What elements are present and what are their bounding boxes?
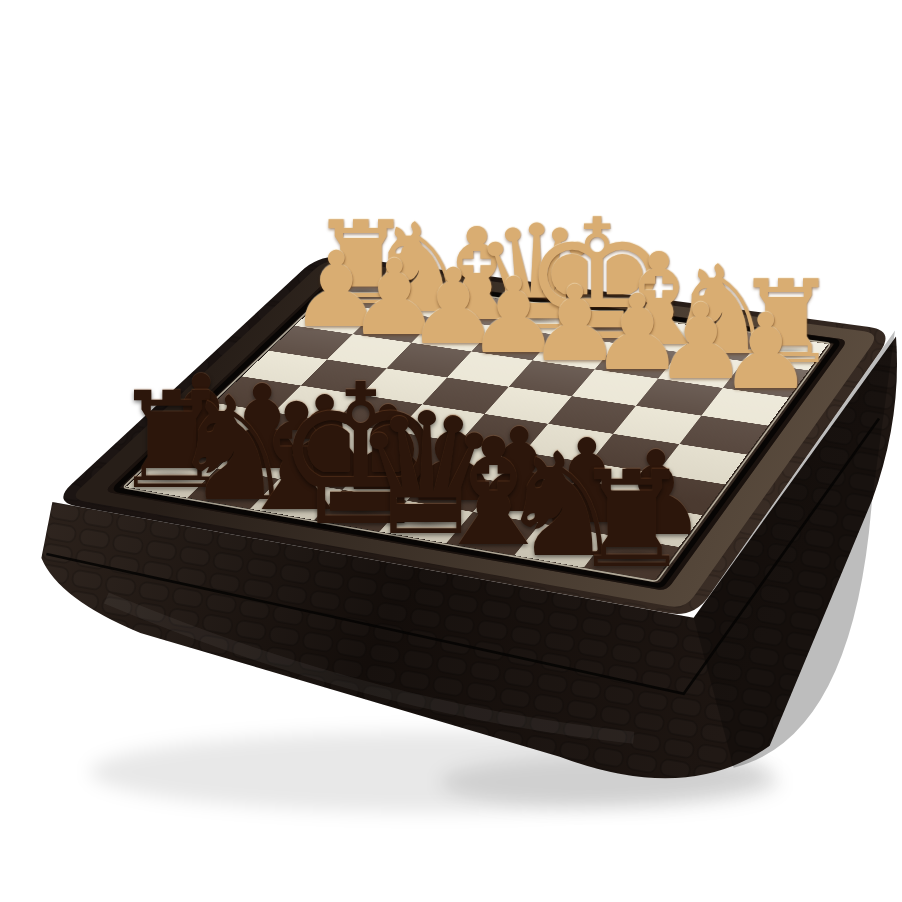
product-photo-stage: ♜♞♝♛♚♝♞♜♟♟♟♟♟♟♟♟♟♟♟♟♟♟♟♟♜♞♝♚♛♝♞♜: [0, 0, 902, 902]
